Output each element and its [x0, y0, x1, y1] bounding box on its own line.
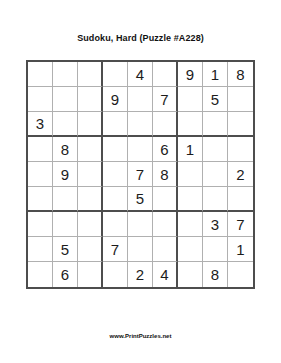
cell-r8c7[interactable] — [178, 237, 203, 262]
cell-r5c8[interactable] — [203, 162, 228, 187]
cell-r8c8[interactable] — [203, 237, 228, 262]
footer-url: www.PrintPuzzles.net — [0, 333, 281, 339]
cell-r4c4[interactable] — [103, 137, 128, 162]
sudoku-board: 4918975386197825375716248 — [26, 60, 255, 289]
cell-r4c6[interactable]: 6 — [153, 137, 178, 162]
cell-r9c1[interactable] — [28, 262, 53, 287]
cell-r1c3[interactable] — [78, 62, 103, 87]
cell-r9c9[interactable] — [228, 262, 253, 287]
cell-r9c2[interactable]: 6 — [53, 262, 78, 287]
cell-r6c2[interactable] — [53, 187, 78, 212]
cell-r5c9[interactable]: 2 — [228, 162, 253, 187]
cell-r1c2[interactable] — [53, 62, 78, 87]
cell-r6c9[interactable] — [228, 187, 253, 212]
cell-r8c5[interactable] — [128, 237, 153, 262]
cell-r8c6[interactable] — [153, 237, 178, 262]
cell-r3c3[interactable] — [78, 112, 103, 137]
cell-r5c1[interactable] — [28, 162, 53, 187]
cell-r8c4[interactable]: 7 — [103, 237, 128, 262]
cell-r7c1[interactable] — [28, 212, 53, 237]
cell-r3c2[interactable] — [53, 112, 78, 137]
cell-r7c7[interactable] — [178, 212, 203, 237]
cell-r5c2[interactable]: 9 — [53, 162, 78, 187]
cell-r7c2[interactable] — [53, 212, 78, 237]
cell-r2c3[interactable] — [78, 87, 103, 112]
cell-r4c5[interactable] — [128, 137, 153, 162]
cell-r4c1[interactable] — [28, 137, 53, 162]
cell-r3c9[interactable] — [228, 112, 253, 137]
cell-r9c6[interactable]: 4 — [153, 262, 178, 287]
cell-r7c6[interactable] — [153, 212, 178, 237]
cell-r2c6[interactable]: 7 — [153, 87, 178, 112]
cell-r5c5[interactable]: 7 — [128, 162, 153, 187]
cell-r1c1[interactable] — [28, 62, 53, 87]
cell-r2c9[interactable] — [228, 87, 253, 112]
cell-r6c5[interactable]: 5 — [128, 187, 153, 212]
cell-r8c2[interactable]: 5 — [53, 237, 78, 262]
cell-r3c8[interactable] — [203, 112, 228, 137]
cell-r4c7[interactable]: 1 — [178, 137, 203, 162]
cell-r1c4[interactable] — [103, 62, 128, 87]
cell-r4c3[interactable] — [78, 137, 103, 162]
cell-r2c4[interactable]: 9 — [103, 87, 128, 112]
cell-r7c8[interactable]: 3 — [203, 212, 228, 237]
cell-r5c3[interactable] — [78, 162, 103, 187]
cell-r4c9[interactable] — [228, 137, 253, 162]
cell-r7c9[interactable]: 7 — [228, 212, 253, 237]
cell-r7c5[interactable] — [128, 212, 153, 237]
cell-r6c4[interactable] — [103, 187, 128, 212]
cell-r1c8[interactable]: 1 — [203, 62, 228, 87]
cell-r1c7[interactable]: 9 — [178, 62, 203, 87]
cell-r6c6[interactable] — [153, 187, 178, 212]
cell-r2c1[interactable] — [28, 87, 53, 112]
cell-r4c2[interactable]: 8 — [53, 137, 78, 162]
cell-r6c3[interactable] — [78, 187, 103, 212]
cell-r7c3[interactable] — [78, 212, 103, 237]
cell-r2c5[interactable] — [128, 87, 153, 112]
cell-r9c5[interactable]: 2 — [128, 262, 153, 287]
cell-r3c6[interactable] — [153, 112, 178, 137]
cell-r9c7[interactable] — [178, 262, 203, 287]
cell-r1c6[interactable] — [153, 62, 178, 87]
cell-r9c4[interactable] — [103, 262, 128, 287]
page-title: Sudoku, Hard (Puzzle #A228) — [0, 33, 281, 43]
cell-r9c8[interactable]: 8 — [203, 262, 228, 287]
cell-r1c9[interactable]: 8 — [228, 62, 253, 87]
cell-r6c8[interactable] — [203, 187, 228, 212]
cell-r2c2[interactable] — [53, 87, 78, 112]
cell-r3c1[interactable]: 3 — [28, 112, 53, 137]
cell-r2c8[interactable]: 5 — [203, 87, 228, 112]
cell-r5c6[interactable]: 8 — [153, 162, 178, 187]
cell-r8c1[interactable] — [28, 237, 53, 262]
cell-r4c8[interactable] — [203, 137, 228, 162]
cell-r5c4[interactable] — [103, 162, 128, 187]
cell-r3c5[interactable] — [128, 112, 153, 137]
sudoku-page: Sudoku, Hard (Puzzle #A228) 491897538619… — [0, 0, 281, 363]
cell-r8c9[interactable]: 1 — [228, 237, 253, 262]
cell-r1c5[interactable]: 4 — [128, 62, 153, 87]
cell-r3c7[interactable] — [178, 112, 203, 137]
cell-r9c3[interactable] — [78, 262, 103, 287]
cell-r3c4[interactable] — [103, 112, 128, 137]
cell-r6c7[interactable] — [178, 187, 203, 212]
cell-r7c4[interactable] — [103, 212, 128, 237]
cell-r2c7[interactable] — [178, 87, 203, 112]
cell-r8c3[interactable] — [78, 237, 103, 262]
cell-r6c1[interactable] — [28, 187, 53, 212]
cell-r5c7[interactable] — [178, 162, 203, 187]
